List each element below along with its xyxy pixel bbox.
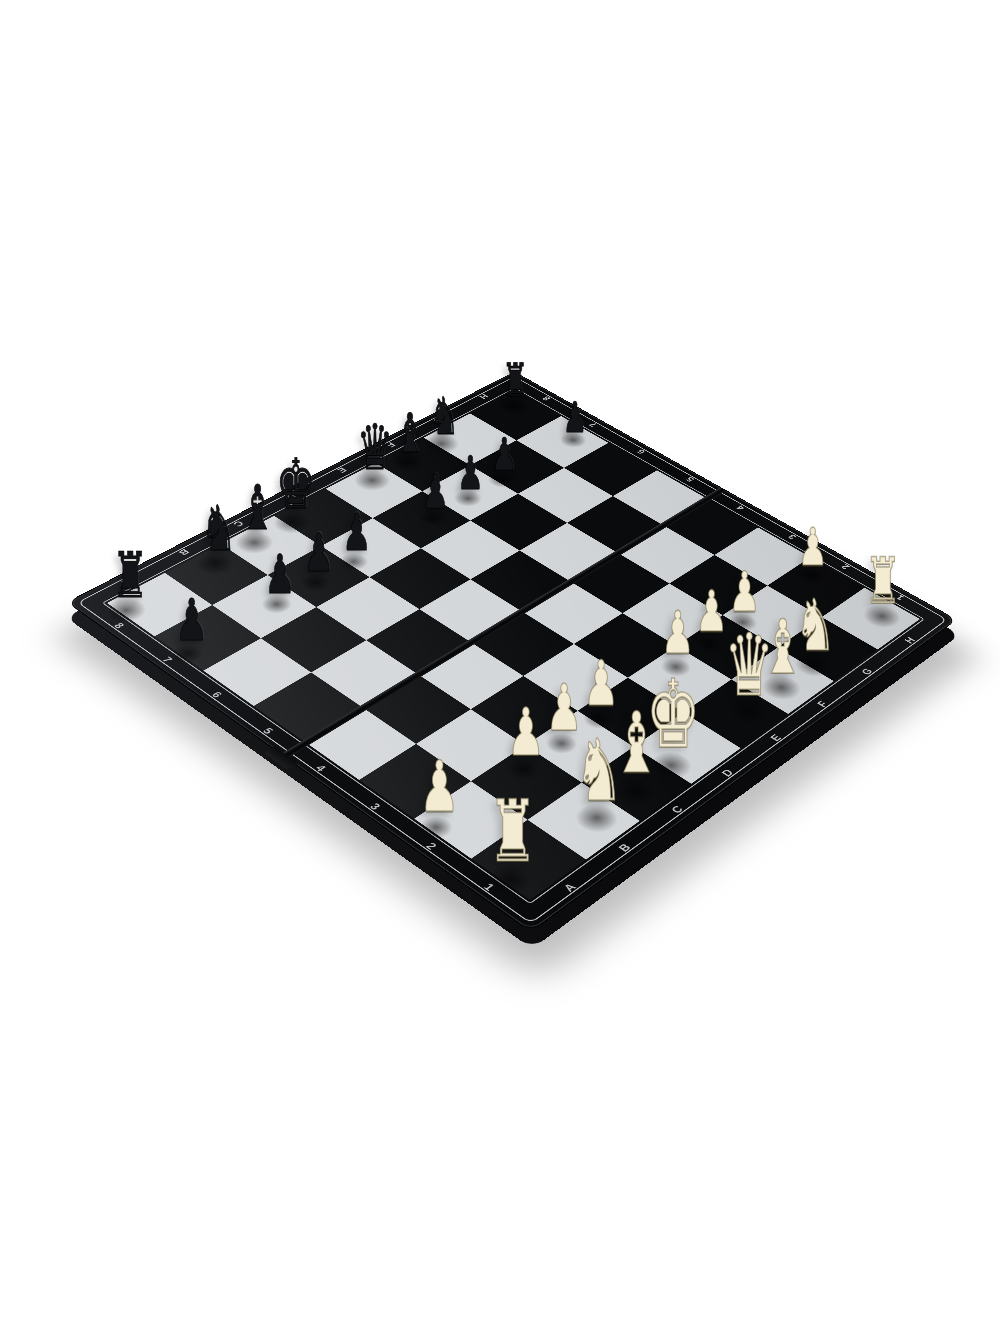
piece-white-pawn-f2[interactable]: ♟: [695, 584, 728, 641]
piece-black-bishop-f8[interactable]: ♝: [394, 406, 425, 460]
piece-white-pawn-b2[interactable]: ♟: [507, 699, 545, 765]
product-photo-stage: AABBCCDDEEFFGGHH8877665544332211 ♜♟♞♝♟♛♟…: [0, 0, 1000, 1333]
piece-black-pawn-e7[interactable]: ♟: [422, 468, 450, 516]
piece-white-knight-b1[interactable]: ♞: [574, 729, 623, 814]
piece-black-pawn-a7[interactable]: ♟: [175, 592, 208, 650]
piece-black-pawn-d7[interactable]: ♟: [342, 508, 372, 559]
piece-black-bishop-c8[interactable]: ♝: [240, 479, 276, 541]
piece-white-rook-a1[interactable]: ♜: [488, 788, 538, 874]
piece-white-pawn-h2[interactable]: ♟: [798, 522, 828, 574]
piece-black-pawn-c7[interactable]: ♟: [304, 528, 334, 581]
piece-white-pawn-e2[interactable]: ♟: [661, 605, 695, 664]
piece-black-pawn-b7[interactable]: ♟: [264, 547, 295, 601]
piece-black-pawn-g7[interactable]: ♟: [491, 433, 517, 478]
piece-black-rook-h8[interactable]: ♜: [502, 359, 529, 405]
piece-black-king-d8[interactable]: ♚: [276, 451, 316, 520]
piece-white-rook-h1[interactable]: ♜: [864, 550, 901, 614]
piece-black-knight-b8[interactable]: ♞: [201, 498, 237, 560]
piece-white-pawn-a2[interactable]: ♟: [419, 752, 460, 823]
piece-white-pawn-g2[interactable]: ♟: [728, 564, 760, 619]
piece-black-pawn-h7[interactable]: ♟: [563, 397, 587, 439]
piece-black-rook-a8[interactable]: ♜: [112, 544, 149, 607]
piece-black-pawn-f7[interactable]: ♟: [457, 450, 484, 496]
piece-black-queen-e8[interactable]: ♛: [357, 416, 393, 479]
piece-white-queen-e1[interactable]: ♛: [724, 622, 774, 708]
piece-black-knight-g8[interactable]: ♞: [429, 390, 459, 442]
